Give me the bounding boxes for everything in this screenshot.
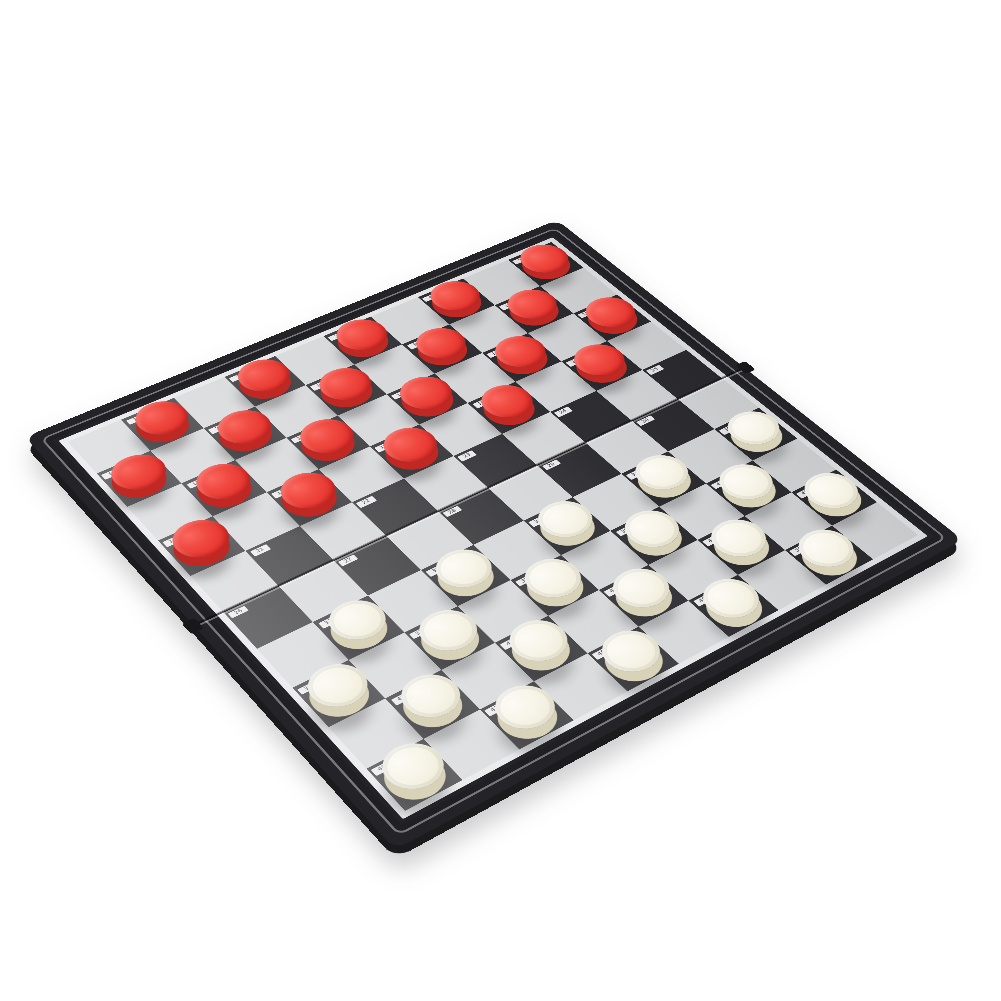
square-number-tag: 24: [554, 407, 573, 418]
square-number-tag: 25: [646, 365, 664, 375]
square-number-tag: 23: [458, 450, 477, 461]
product-photo: 1234567891011121314151617181920212223242…: [0, 0, 1001, 1001]
square-number-tag: 21: [250, 545, 271, 557]
square-number-tag: 22: [356, 496, 376, 508]
board-surface: 1234567891011121314151617181920212223242…: [59, 237, 928, 819]
board-grid: 1234567891011121314151617181920212223242…: [68, 242, 918, 811]
checkers-board-scene: 1234567891011121314151617181920212223242…: [0, 0, 1001, 1001]
board-frame: 1234567891011121314151617181920212223242…: [25, 220, 963, 850]
